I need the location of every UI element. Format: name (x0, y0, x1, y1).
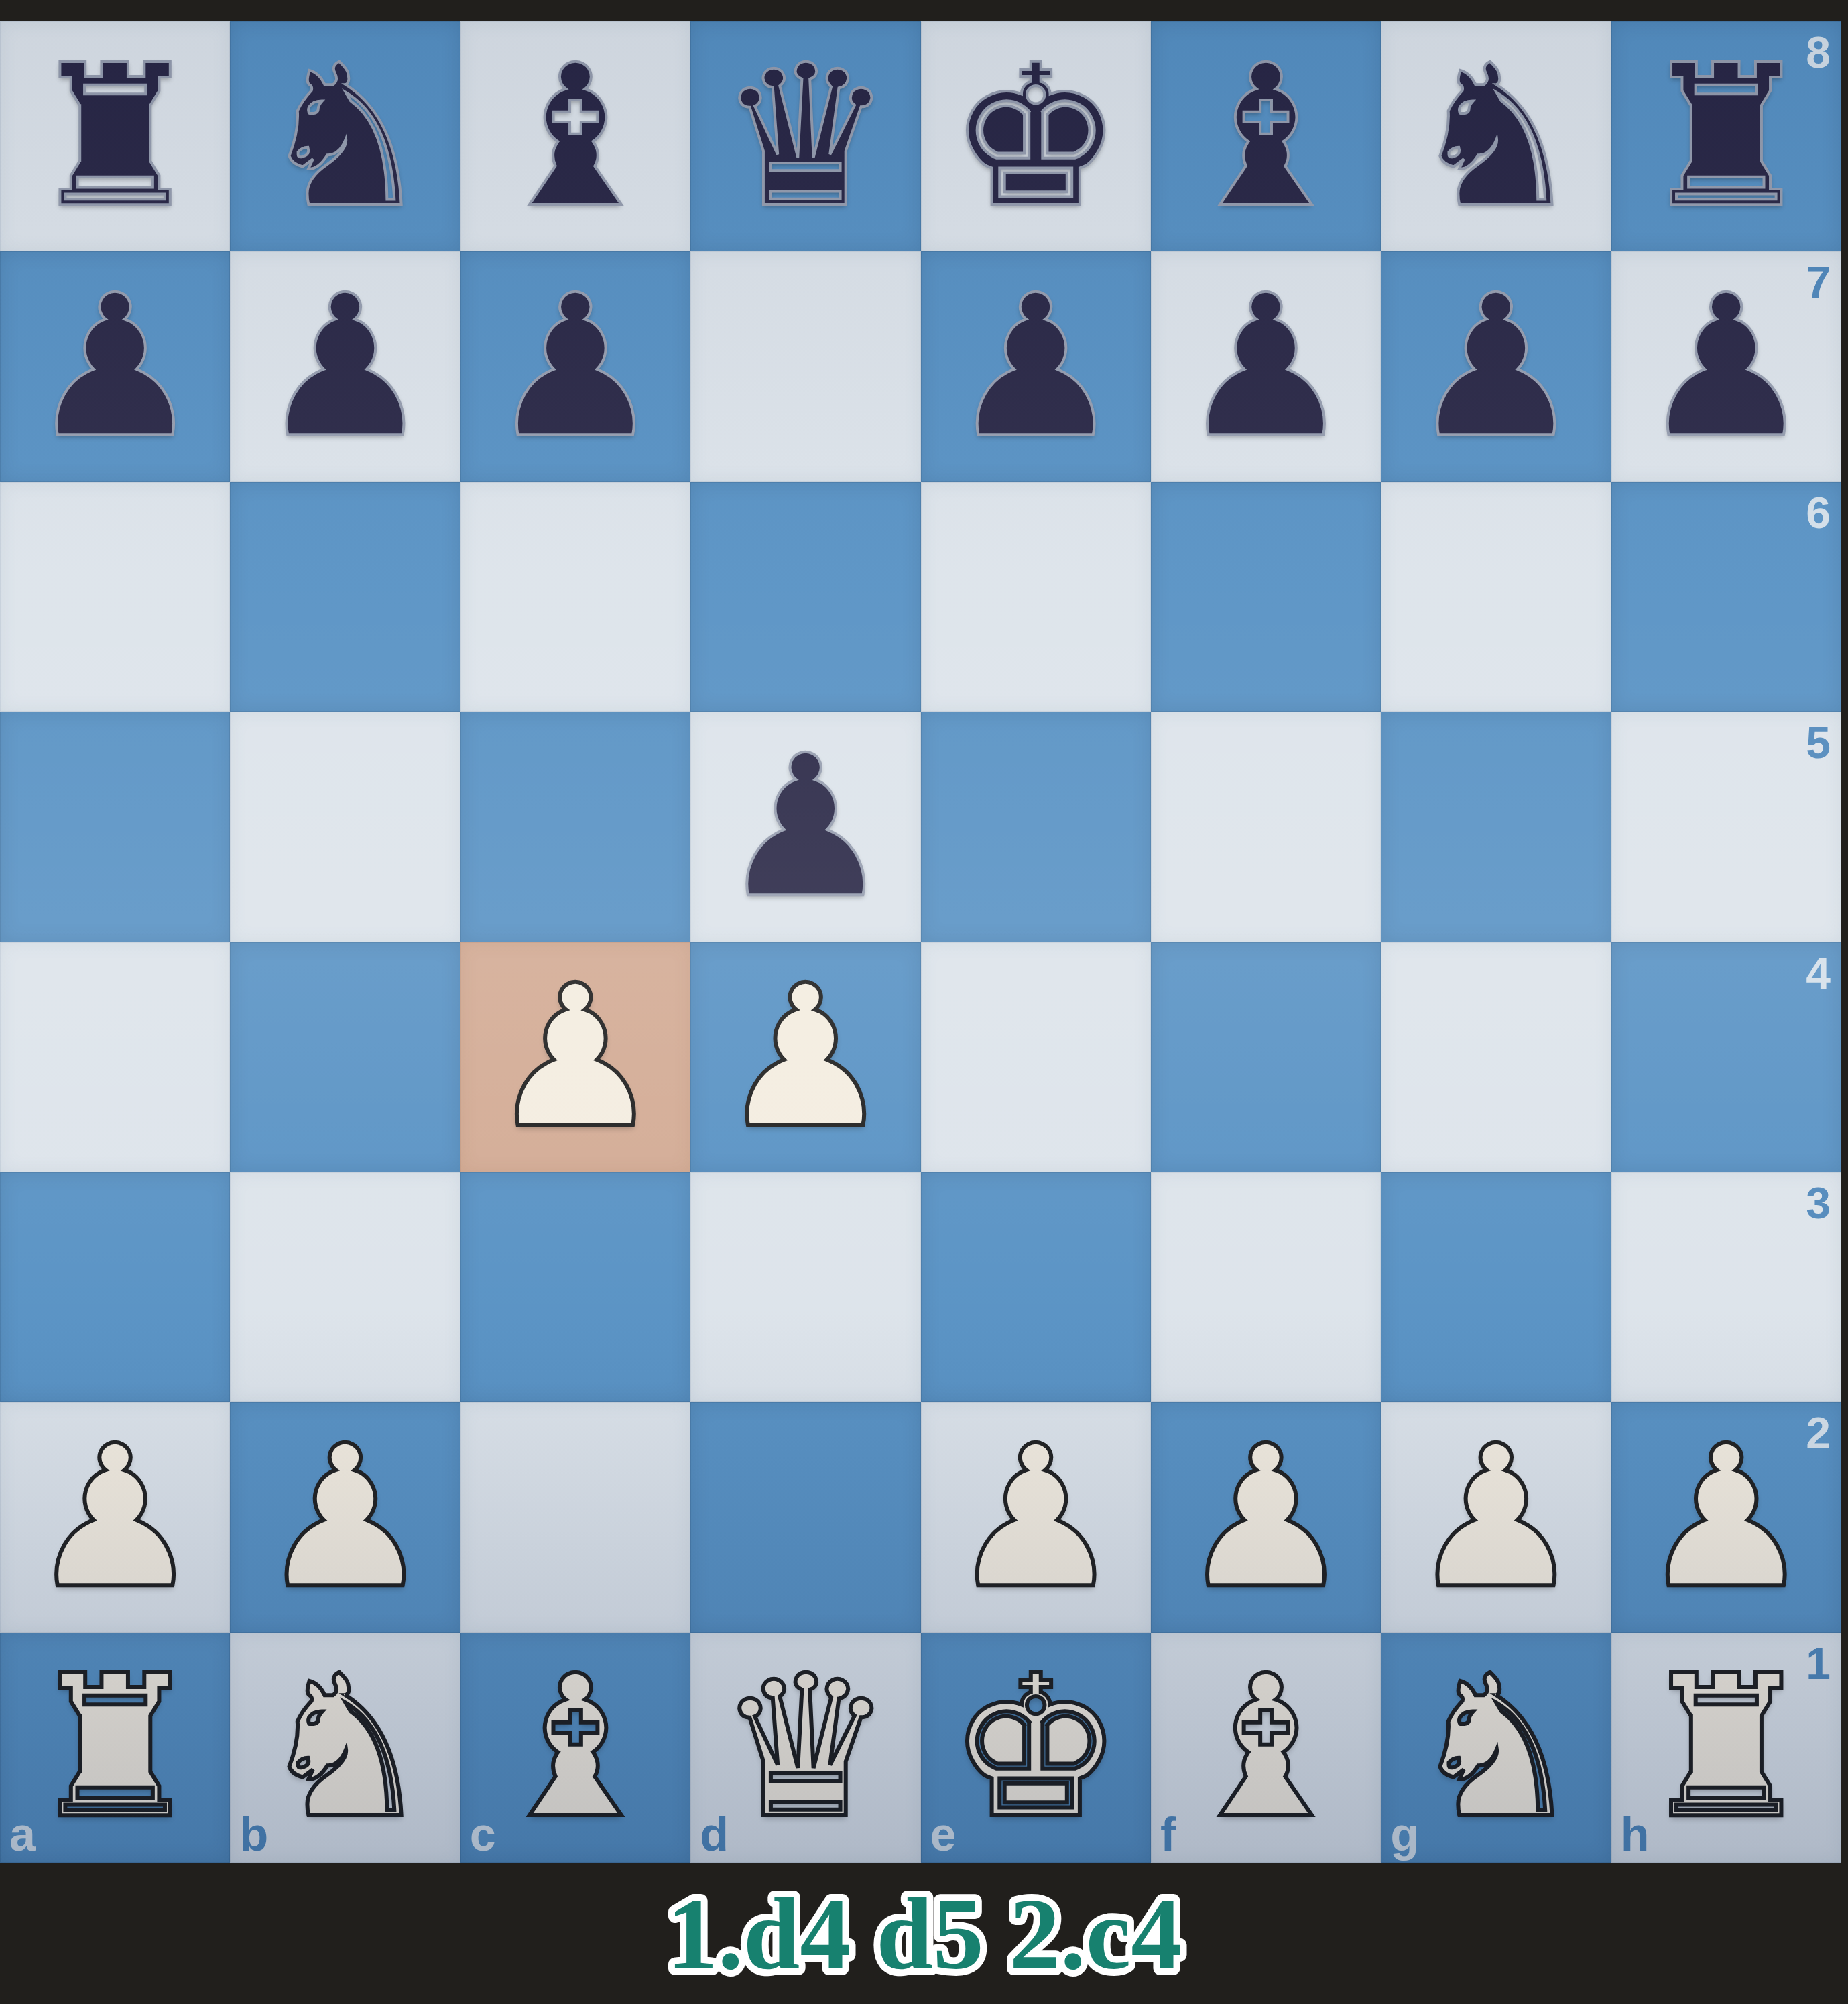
square-b7[interactable]: ♟ (230, 251, 460, 481)
square-f8[interactable]: ♝ (1151, 21, 1381, 251)
square-e6[interactable] (921, 482, 1151, 712)
piece-black-knight[interactable]: ♞ (230, 21, 460, 251)
square-h5[interactable]: 5 (1611, 712, 1841, 942)
square-g2[interactable]: ♟ (1381, 1402, 1611, 1632)
rank-label-4: 4 (1806, 948, 1831, 999)
square-g4[interactable] (1381, 942, 1611, 1172)
square-f4[interactable] (1151, 942, 1381, 1172)
rank-label-1: 1 (1806, 1638, 1831, 1689)
square-a4[interactable] (0, 942, 230, 1172)
board-frame-top (0, 0, 1848, 21)
square-e1[interactable]: ♚e (921, 1633, 1151, 1863)
square-f7[interactable]: ♟ (1151, 251, 1381, 481)
piece-black-pawn[interactable]: ♟ (460, 251, 690, 481)
file-label-f: f (1160, 1808, 1176, 1861)
square-g7[interactable]: ♟ (1381, 251, 1611, 481)
square-h1[interactable]: ♜1h (1611, 1633, 1841, 1863)
square-a5[interactable] (0, 712, 230, 942)
square-c8[interactable]: ♝ (460, 21, 690, 251)
piece-black-pawn[interactable]: ♟ (230, 251, 460, 481)
square-c6[interactable] (460, 482, 690, 712)
square-h7[interactable]: ♟7 (1611, 251, 1841, 481)
caption-bar: 1.d4 d5 2.c4 (0, 1863, 1848, 2004)
square-e7[interactable]: ♟ (921, 251, 1151, 481)
piece-white-pawn[interactable]: ♟ (230, 1402, 460, 1632)
square-b4[interactable] (230, 942, 460, 1172)
square-a1[interactable]: ♜a (0, 1633, 230, 1863)
piece-white-pawn[interactable]: ♟ (921, 1402, 1151, 1632)
rank-label-2: 2 (1806, 1407, 1831, 1458)
square-c4[interactable]: ♟ (460, 942, 690, 1172)
piece-black-bishop[interactable]: ♝ (1151, 21, 1381, 251)
square-e2[interactable]: ♟ (921, 1402, 1151, 1632)
piece-black-queen[interactable]: ♛ (690, 21, 920, 251)
move-caption: 1.d4 d5 2.c4 (666, 1878, 1182, 1991)
file-label-e: e (930, 1808, 957, 1861)
file-label-h: h (1621, 1808, 1650, 1861)
piece-white-pawn[interactable]: ♟ (690, 942, 920, 1172)
square-a7[interactable]: ♟ (0, 251, 230, 481)
square-d4[interactable]: ♟ (690, 942, 920, 1172)
square-f5[interactable] (1151, 712, 1381, 942)
square-a8[interactable]: ♜ (0, 21, 230, 251)
piece-black-rook[interactable]: ♜ (0, 21, 230, 251)
rank-label-6: 6 (1806, 487, 1831, 538)
file-label-c: c (470, 1808, 496, 1861)
square-f3[interactable] (1151, 1172, 1381, 1402)
piece-white-pawn[interactable]: ♟ (1381, 1402, 1611, 1632)
rank-label-3: 3 (1806, 1178, 1831, 1229)
square-g3[interactable] (1381, 1172, 1611, 1402)
square-c3[interactable] (460, 1172, 690, 1402)
square-e4[interactable] (921, 942, 1151, 1172)
square-g1[interactable]: ♞g (1381, 1633, 1611, 1863)
square-d6[interactable] (690, 482, 920, 712)
piece-black-bishop[interactable]: ♝ (460, 21, 690, 251)
piece-white-pawn[interactable]: ♟ (460, 942, 690, 1172)
rank-label-8: 8 (1806, 27, 1831, 78)
square-a2[interactable]: ♟ (0, 1402, 230, 1632)
piece-black-pawn[interactable]: ♟ (0, 251, 230, 481)
file-label-b: b (239, 1808, 268, 1861)
square-f6[interactable] (1151, 482, 1381, 712)
piece-black-pawn[interactable]: ♟ (921, 251, 1151, 481)
square-d2[interactable] (690, 1402, 920, 1632)
square-f2[interactable]: ♟ (1151, 1402, 1381, 1632)
square-b1[interactable]: ♞b (230, 1633, 460, 1863)
square-h8[interactable]: ♜8 (1611, 21, 1841, 251)
square-e5[interactable] (921, 712, 1151, 942)
square-g5[interactable] (1381, 712, 1611, 942)
square-h2[interactable]: ♟2 (1611, 1402, 1841, 1632)
square-a6[interactable] (0, 482, 230, 712)
rank-label-5: 5 (1806, 717, 1831, 768)
piece-white-bishop[interactable]: ♝ (1151, 1633, 1381, 1863)
square-d7[interactable] (690, 251, 920, 481)
square-c1[interactable]: ♝c (460, 1633, 690, 1863)
piece-white-pawn[interactable]: ♟ (1151, 1402, 1381, 1632)
square-b2[interactable]: ♟ (230, 1402, 460, 1632)
square-h4[interactable]: 4 (1611, 942, 1841, 1172)
square-h3[interactable]: 3 (1611, 1172, 1841, 1402)
move-caption-graphic: 1.d4 d5 2.c4 (355, 1867, 1494, 2001)
rank-label-7: 7 (1806, 257, 1831, 308)
square-c7[interactable]: ♟ (460, 251, 690, 481)
file-label-a: a (9, 1808, 36, 1861)
square-d1[interactable]: ♛d (690, 1633, 920, 1863)
square-e8[interactable]: ♚ (921, 21, 1151, 251)
square-d8[interactable]: ♛ (690, 21, 920, 251)
square-b8[interactable]: ♞ (230, 21, 460, 251)
piece-black-pawn[interactable]: ♟ (690, 712, 920, 942)
piece-black-king[interactable]: ♚ (921, 21, 1151, 251)
piece-black-pawn[interactable]: ♟ (1381, 251, 1611, 481)
piece-black-knight[interactable]: ♞ (1381, 21, 1611, 251)
file-label-d: d (700, 1808, 729, 1861)
piece-black-pawn[interactable]: ♟ (1151, 251, 1381, 481)
square-e3[interactable] (921, 1172, 1151, 1402)
square-c5[interactable] (460, 712, 690, 942)
square-a3[interactable] (0, 1172, 230, 1402)
square-b6[interactable] (230, 482, 460, 712)
square-b3[interactable] (230, 1172, 460, 1402)
square-f1[interactable]: ♝f (1151, 1633, 1381, 1863)
square-b5[interactable] (230, 712, 460, 942)
square-h6[interactable]: 6 (1611, 482, 1841, 712)
square-g6[interactable] (1381, 482, 1611, 712)
file-label-g: g (1390, 1808, 1419, 1861)
square-d3[interactable] (690, 1172, 920, 1402)
square-g8[interactable]: ♞ (1381, 21, 1611, 251)
chess-board: ♜♞♝♛♚♝♞♜8♟♟♟♟♟♟♟76♟5♟♟43♟♟♟♟♟♟2♜a♞b♝c♛d♚… (0, 21, 1841, 1863)
piece-white-pawn[interactable]: ♟ (0, 1402, 230, 1632)
square-c2[interactable] (460, 1402, 690, 1632)
square-d5[interactable]: ♟ (690, 712, 920, 942)
